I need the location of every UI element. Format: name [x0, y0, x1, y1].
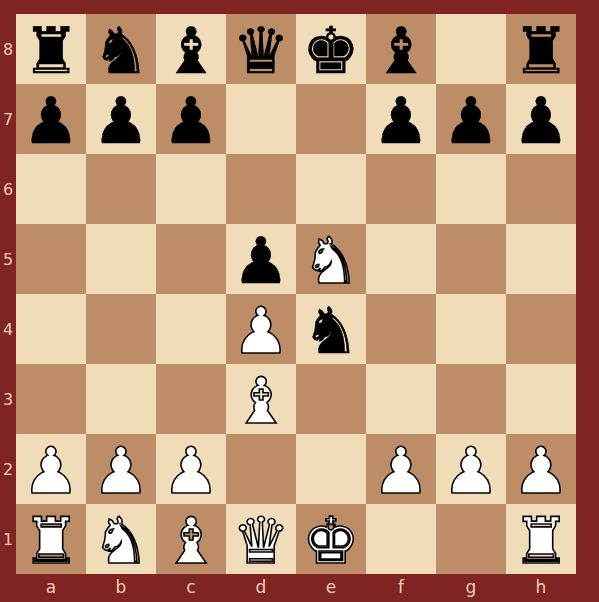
square-a5[interactable]: [16, 224, 86, 294]
file-label-f: f: [366, 574, 436, 602]
square-d4[interactable]: ♟︎: [226, 294, 296, 364]
square-b6[interactable]: [86, 154, 156, 224]
square-b8[interactable]: ♞︎: [86, 14, 156, 84]
square-f4[interactable]: [366, 294, 436, 364]
square-h5[interactable]: [506, 224, 576, 294]
square-d8[interactable]: ♛︎: [226, 14, 296, 84]
piece-white-knight[interactable]: ♞︎: [302, 229, 359, 293]
piece-white-pawn[interactable]: ♟︎: [92, 439, 149, 503]
file-labels: abcdefgh: [16, 574, 576, 602]
square-g8[interactable]: [436, 14, 506, 84]
piece-white-bishop[interactable]: ♝︎: [162, 509, 219, 573]
piece-white-rook[interactable]: ♜︎: [22, 509, 79, 573]
piece-white-pawn[interactable]: ♟︎: [232, 299, 289, 363]
square-d1[interactable]: ♛︎: [226, 504, 296, 574]
piece-black-queen[interactable]: ♛︎: [232, 19, 289, 83]
square-h1[interactable]: ♜︎: [506, 504, 576, 574]
piece-black-pawn[interactable]: ♟︎: [162, 89, 219, 153]
square-f5[interactable]: [366, 224, 436, 294]
rank-labels: 87654321: [0, 14, 16, 574]
piece-white-knight[interactable]: ♞︎: [92, 509, 149, 573]
square-f7[interactable]: ♟︎: [366, 84, 436, 154]
square-f8[interactable]: ♝︎: [366, 14, 436, 84]
rank-label-3: 3: [0, 364, 16, 434]
square-e8[interactable]: ♚︎: [296, 14, 366, 84]
file-label-h: h: [506, 574, 576, 602]
square-a4[interactable]: [16, 294, 86, 364]
piece-black-pawn[interactable]: ♟︎: [442, 89, 499, 153]
square-c1[interactable]: ♝︎: [156, 504, 226, 574]
square-g2[interactable]: ♟︎: [436, 434, 506, 504]
piece-white-pawn[interactable]: ♟︎: [372, 439, 429, 503]
square-f6[interactable]: [366, 154, 436, 224]
square-e4[interactable]: ♞︎: [296, 294, 366, 364]
square-c6[interactable]: [156, 154, 226, 224]
square-a6[interactable]: [16, 154, 86, 224]
square-f3[interactable]: [366, 364, 436, 434]
square-c4[interactable]: [156, 294, 226, 364]
piece-white-pawn[interactable]: ♟︎: [442, 439, 499, 503]
square-c2[interactable]: ♟︎: [156, 434, 226, 504]
piece-white-pawn[interactable]: ♟︎: [162, 439, 219, 503]
square-h7[interactable]: ♟︎: [506, 84, 576, 154]
square-b7[interactable]: ♟︎: [86, 84, 156, 154]
square-h8[interactable]: ♜︎: [506, 14, 576, 84]
square-b2[interactable]: ♟︎: [86, 434, 156, 504]
piece-black-rook[interactable]: ♜︎: [512, 19, 569, 83]
piece-white-bishop[interactable]: ♝︎: [232, 369, 289, 433]
piece-black-pawn[interactable]: ♟︎: [92, 89, 149, 153]
file-label-e: e: [296, 574, 366, 602]
square-g4[interactable]: [436, 294, 506, 364]
rank-label-5: 5: [0, 224, 16, 294]
piece-black-knight[interactable]: ♞︎: [92, 19, 149, 83]
square-g5[interactable]: [436, 224, 506, 294]
square-e7[interactable]: [296, 84, 366, 154]
square-d3[interactable]: ♝︎: [226, 364, 296, 434]
square-e5[interactable]: ♞︎: [296, 224, 366, 294]
square-c7[interactable]: ♟︎: [156, 84, 226, 154]
piece-white-rook[interactable]: ♜︎: [512, 509, 569, 573]
file-label-b: b: [86, 574, 156, 602]
chess-board-frame: 87654321 ♜︎♞︎♝︎♛︎♚︎♝︎♜︎♟︎♟︎♟︎♟︎♟︎♟︎♟︎♞︎♟…: [0, 0, 599, 602]
square-b1[interactable]: ♞︎: [86, 504, 156, 574]
piece-black-bishop[interactable]: ♝︎: [372, 19, 429, 83]
square-e1[interactable]: ♚︎: [296, 504, 366, 574]
square-e6[interactable]: [296, 154, 366, 224]
piece-black-pawn[interactable]: ♟︎: [512, 89, 569, 153]
file-label-d: d: [226, 574, 296, 602]
piece-black-rook[interactable]: ♜︎: [22, 19, 79, 83]
square-g7[interactable]: ♟︎: [436, 84, 506, 154]
piece-black-pawn[interactable]: ♟︎: [232, 229, 289, 293]
square-a7[interactable]: ♟︎: [16, 84, 86, 154]
square-e2[interactable]: [296, 434, 366, 504]
piece-white-pawn[interactable]: ♟︎: [22, 439, 79, 503]
square-b4[interactable]: [86, 294, 156, 364]
piece-black-knight[interactable]: ♞︎: [302, 299, 359, 363]
rank-label-7: 7: [0, 84, 16, 154]
piece-black-pawn[interactable]: ♟︎: [22, 89, 79, 153]
rank-label-4: 4: [0, 294, 16, 364]
square-a8[interactable]: ♜︎: [16, 14, 86, 84]
square-h4[interactable]: [506, 294, 576, 364]
square-b5[interactable]: [86, 224, 156, 294]
rank-label-8: 8: [0, 14, 16, 84]
square-a2[interactable]: ♟︎: [16, 434, 86, 504]
piece-white-king[interactable]: ♚︎: [302, 509, 359, 573]
square-d6[interactable]: [226, 154, 296, 224]
rank-label-6: 6: [0, 154, 16, 224]
square-b3[interactable]: [86, 364, 156, 434]
square-e3[interactable]: [296, 364, 366, 434]
square-g3[interactable]: [436, 364, 506, 434]
square-f1[interactable]: [366, 504, 436, 574]
rank-label-1: 1: [0, 504, 16, 574]
square-h3[interactable]: [506, 364, 576, 434]
chess-board: ♜︎♞︎♝︎♛︎♚︎♝︎♜︎♟︎♟︎♟︎♟︎♟︎♟︎♟︎♞︎♟︎♞︎♝︎♟︎♟︎…: [16, 14, 576, 574]
square-c5[interactable]: [156, 224, 226, 294]
square-c8[interactable]: ♝︎: [156, 14, 226, 84]
square-d7[interactable]: [226, 84, 296, 154]
square-a3[interactable]: [16, 364, 86, 434]
square-d2[interactable]: [226, 434, 296, 504]
square-h2[interactable]: ♟︎: [506, 434, 576, 504]
file-label-a: a: [16, 574, 86, 602]
square-g6[interactable]: [436, 154, 506, 224]
rank-label-2: 2: [0, 434, 16, 504]
file-label-g: g: [436, 574, 506, 602]
piece-black-king[interactable]: ♚︎: [302, 19, 359, 83]
square-c3[interactable]: [156, 364, 226, 434]
piece-white-queen[interactable]: ♛︎: [232, 509, 289, 573]
square-a1[interactable]: ♜︎: [16, 504, 86, 574]
file-label-c: c: [156, 574, 226, 602]
piece-black-pawn[interactable]: ♟︎: [372, 89, 429, 153]
piece-white-pawn[interactable]: ♟︎: [512, 439, 569, 503]
square-g1[interactable]: [436, 504, 506, 574]
square-h6[interactable]: [506, 154, 576, 224]
square-f2[interactable]: ♟︎: [366, 434, 436, 504]
piece-black-bishop[interactable]: ♝︎: [162, 19, 219, 83]
square-d5[interactable]: ♟︎: [226, 224, 296, 294]
